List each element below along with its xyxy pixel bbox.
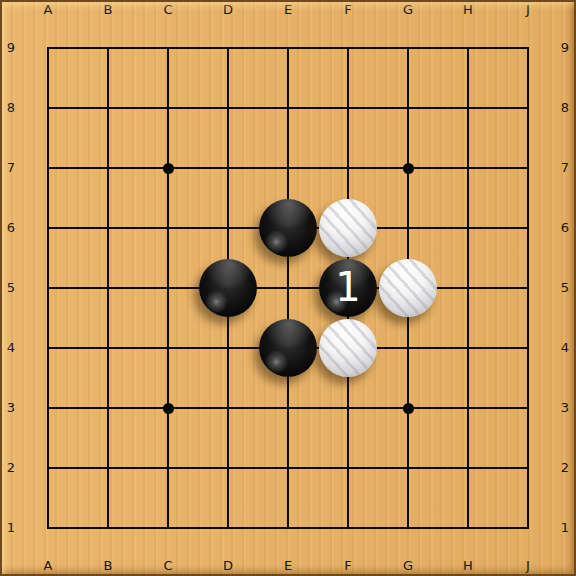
- intersection-E7[interactable]: [258, 138, 318, 198]
- intersection-A9[interactable]: [18, 18, 78, 78]
- intersection-G1[interactable]: [378, 498, 438, 558]
- coord-label-left-2: 2: [7, 461, 15, 475]
- coord-label-bottom-G: G: [403, 559, 413, 573]
- intersection-F5[interactable]: 1: [318, 258, 378, 318]
- intersection-C3[interactable]: [138, 378, 198, 438]
- coord-label-right-7: 7: [561, 161, 569, 175]
- intersection-E5[interactable]: [258, 258, 318, 318]
- intersection-G6[interactable]: [378, 198, 438, 258]
- board-grid[interactable]: 1: [18, 18, 558, 558]
- intersection-E1[interactable]: [258, 498, 318, 558]
- coord-label-top-A: A: [44, 3, 53, 17]
- intersection-C4[interactable]: [138, 318, 198, 378]
- intersection-B5[interactable]: [78, 258, 138, 318]
- intersection-A6[interactable]: [18, 198, 78, 258]
- coord-label-left-4: 4: [7, 341, 15, 355]
- coord-label-left-3: 3: [7, 401, 15, 415]
- intersection-F7[interactable]: [318, 138, 378, 198]
- intersection-J2[interactable]: [498, 438, 558, 498]
- intersection-A3[interactable]: [18, 378, 78, 438]
- intersection-D5[interactable]: [198, 258, 258, 318]
- coord-label-bottom-D: D: [223, 559, 233, 573]
- intersection-E3[interactable]: [258, 378, 318, 438]
- coord-label-bottom-A: A: [44, 559, 53, 573]
- intersection-D2[interactable]: [198, 438, 258, 498]
- coord-label-left-5: 5: [7, 281, 15, 295]
- coord-label-bottom-E: E: [284, 559, 292, 573]
- intersection-C2[interactable]: [138, 438, 198, 498]
- intersection-J5[interactable]: [498, 258, 558, 318]
- intersection-F3[interactable]: [318, 378, 378, 438]
- intersection-D4[interactable]: [198, 318, 258, 378]
- intersection-C5[interactable]: [138, 258, 198, 318]
- coord-label-right-5: 5: [561, 281, 569, 295]
- coord-label-left-9: 9: [7, 41, 15, 55]
- coord-label-left-1: 1: [7, 521, 15, 535]
- intersection-G3[interactable]: [378, 378, 438, 438]
- coord-label-bottom-J: J: [526, 559, 530, 573]
- intersection-J6[interactable]: [498, 198, 558, 258]
- intersection-H9[interactable]: [438, 18, 498, 78]
- black-stone-E4[interactable]: [259, 319, 317, 377]
- intersection-H7[interactable]: [438, 138, 498, 198]
- coord-label-right-8: 8: [561, 101, 569, 115]
- coord-label-left-6: 6: [7, 221, 15, 235]
- coord-label-bottom-C: C: [163, 559, 172, 573]
- intersection-H4[interactable]: [438, 318, 498, 378]
- intersection-B8[interactable]: [78, 78, 138, 138]
- coord-label-right-1: 1: [561, 521, 569, 535]
- coord-label-right-2: 2: [561, 461, 569, 475]
- intersection-F8[interactable]: [318, 78, 378, 138]
- intersection-A7[interactable]: [18, 138, 78, 198]
- intersection-D9[interactable]: [198, 18, 258, 78]
- intersection-B9[interactable]: [78, 18, 138, 78]
- intersection-C9[interactable]: [138, 18, 198, 78]
- intersection-A1[interactable]: [18, 498, 78, 558]
- coord-label-top-C: C: [163, 3, 172, 17]
- intersection-C1[interactable]: [138, 498, 198, 558]
- go-board[interactable]: 1 AABBCCDDEEFFGGHHJJ998877665544332211: [0, 0, 576, 576]
- intersection-G4[interactable]: [378, 318, 438, 378]
- intersection-F9[interactable]: [318, 18, 378, 78]
- star-point-C3: [163, 403, 174, 414]
- intersection-B2[interactable]: [78, 438, 138, 498]
- intersection-G2[interactable]: [378, 438, 438, 498]
- intersection-H1[interactable]: [438, 498, 498, 558]
- coord-label-top-G: G: [403, 3, 413, 17]
- coord-label-top-F: F: [344, 3, 351, 17]
- intersection-D8[interactable]: [198, 78, 258, 138]
- intersection-H6[interactable]: [438, 198, 498, 258]
- intersection-G8[interactable]: [378, 78, 438, 138]
- intersection-E9[interactable]: [258, 18, 318, 78]
- intersection-A8[interactable]: [18, 78, 78, 138]
- black-stone-E6[interactable]: [259, 199, 317, 257]
- intersection-E6[interactable]: [258, 198, 318, 258]
- intersection-H3[interactable]: [438, 378, 498, 438]
- intersection-B1[interactable]: [78, 498, 138, 558]
- coord-label-top-H: H: [463, 3, 473, 17]
- white-stone-F6[interactable]: [319, 199, 377, 257]
- intersection-J3[interactable]: [498, 378, 558, 438]
- coord-label-left-8: 8: [7, 101, 15, 115]
- intersection-D3[interactable]: [198, 378, 258, 438]
- intersection-H5[interactable]: [438, 258, 498, 318]
- coord-label-top-J: J: [526, 3, 530, 17]
- intersection-J4[interactable]: [498, 318, 558, 378]
- intersection-D1[interactable]: [198, 498, 258, 558]
- star-point-G7: [403, 163, 414, 174]
- star-point-G3: [403, 403, 414, 414]
- star-point-C7: [163, 163, 174, 174]
- coord-label-bottom-F: F: [344, 559, 351, 573]
- coord-label-top-E: E: [284, 3, 292, 17]
- black-stone-D5[interactable]: [199, 259, 257, 317]
- intersection-E8[interactable]: [258, 78, 318, 138]
- intersection-B4[interactable]: [78, 318, 138, 378]
- intersection-J8[interactable]: [498, 78, 558, 138]
- coord-label-bottom-H: H: [463, 559, 473, 573]
- intersection-C8[interactable]: [138, 78, 198, 138]
- white-stone-F4[interactable]: [319, 319, 377, 377]
- coord-label-right-6: 6: [561, 221, 569, 235]
- intersection-H8[interactable]: [438, 78, 498, 138]
- intersection-A2[interactable]: [18, 438, 78, 498]
- intersection-G5[interactable]: [378, 258, 438, 318]
- intersection-D6[interactable]: [198, 198, 258, 258]
- intersection-H2[interactable]: [438, 438, 498, 498]
- intersection-B3[interactable]: [78, 378, 138, 438]
- intersection-J1[interactable]: [498, 498, 558, 558]
- coord-label-right-3: 3: [561, 401, 569, 415]
- intersection-E4[interactable]: [258, 318, 318, 378]
- coord-label-bottom-B: B: [104, 559, 113, 573]
- intersection-G9[interactable]: [378, 18, 438, 78]
- intersection-F4[interactable]: [318, 318, 378, 378]
- intersection-C6[interactable]: [138, 198, 198, 258]
- intersection-B6[interactable]: [78, 198, 138, 258]
- intersection-D7[interactable]: [198, 138, 258, 198]
- intersection-A5[interactable]: [18, 258, 78, 318]
- intersection-B7[interactable]: [78, 138, 138, 198]
- move-number-label: 1: [335, 267, 360, 307]
- intersection-C7[interactable]: [138, 138, 198, 198]
- coord-label-left-7: 7: [7, 161, 15, 175]
- coord-label-top-B: B: [104, 3, 113, 17]
- intersection-A4[interactable]: [18, 318, 78, 378]
- intersection-E2[interactable]: [258, 438, 318, 498]
- coord-label-right-9: 9: [561, 41, 569, 55]
- intersection-J7[interactable]: [498, 138, 558, 198]
- white-stone-G5[interactable]: [379, 259, 437, 317]
- intersection-J9[interactable]: [498, 18, 558, 78]
- intersection-F1[interactable]: [318, 498, 378, 558]
- intersection-F2[interactable]: [318, 438, 378, 498]
- intersection-F6[interactable]: [318, 198, 378, 258]
- coord-label-top-D: D: [223, 3, 233, 17]
- black-stone-F5[interactable]: 1: [319, 259, 377, 317]
- intersection-G7[interactable]: [378, 138, 438, 198]
- coord-label-right-4: 4: [561, 341, 569, 355]
